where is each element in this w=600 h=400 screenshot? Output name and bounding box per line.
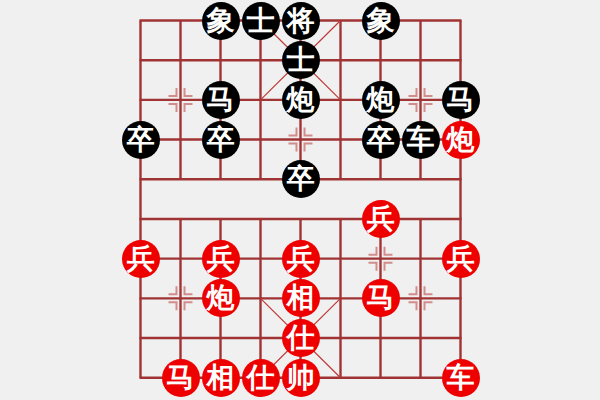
piece-red-cannon[interactable]: 炮: [442, 121, 480, 159]
piece-red-soldier[interactable]: 兵: [362, 200, 400, 238]
piece-black-chariot[interactable]: 车: [402, 121, 440, 159]
piece-black-horse[interactable]: 马: [442, 81, 480, 119]
piece-black-advisor[interactable]: 士: [282, 41, 320, 79]
piece-black-soldier[interactable]: 卒: [362, 121, 400, 159]
piece-red-elephant[interactable]: 相: [202, 359, 240, 397]
xiangqi-board: 象士将象士马炮炮马卒卒卒车炮卒兵兵兵兵兵炮相马仕马相仕帅车: [0, 0, 600, 400]
piece-red-horse[interactable]: 马: [162, 359, 200, 397]
piece-black-cannon[interactable]: 炮: [282, 81, 320, 119]
piece-red-soldier[interactable]: 兵: [202, 240, 240, 278]
piece-red-soldier[interactable]: 兵: [282, 240, 320, 278]
piece-black-general[interactable]: 将: [282, 2, 320, 40]
piece-red-advisor[interactable]: 仕: [242, 359, 280, 397]
piece-red-elephant[interactable]: 相: [282, 279, 320, 317]
piece-red-general[interactable]: 帅: [282, 359, 320, 397]
piece-red-soldier[interactable]: 兵: [442, 240, 480, 278]
piece-black-elephant[interactable]: 象: [202, 2, 240, 40]
piece-black-soldier[interactable]: 卒: [282, 160, 320, 198]
piece-red-chariot[interactable]: 车: [442, 359, 480, 397]
piece-black-horse[interactable]: 马: [202, 81, 240, 119]
piece-red-advisor[interactable]: 仕: [282, 319, 320, 357]
piece-black-elephant[interactable]: 象: [362, 2, 400, 40]
piece-red-cannon[interactable]: 炮: [202, 279, 240, 317]
piece-black-advisor[interactable]: 士: [242, 2, 280, 40]
piece-black-soldier[interactable]: 卒: [122, 121, 160, 159]
piece-black-soldier[interactable]: 卒: [202, 121, 240, 159]
piece-red-horse[interactable]: 马: [362, 279, 400, 317]
piece-red-soldier[interactable]: 兵: [122, 240, 160, 278]
piece-black-cannon[interactable]: 炮: [362, 81, 400, 119]
